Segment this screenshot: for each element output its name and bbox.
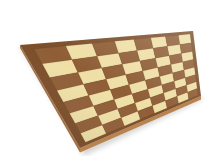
chess-board [0,0,219,156]
square-h8[interactable] [178,34,191,44]
chessboard-photo [0,0,219,156]
